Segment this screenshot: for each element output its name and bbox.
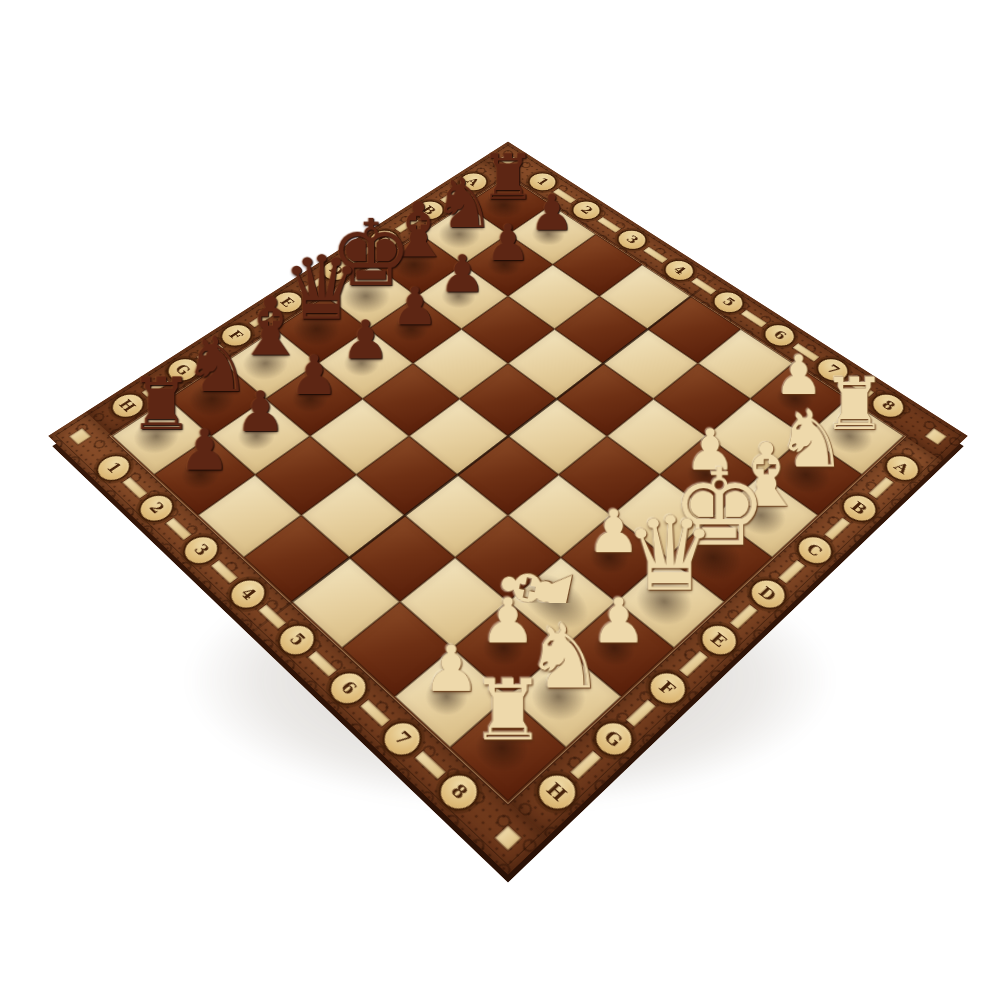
square-g4[interactable] [301, 475, 404, 558]
square-g5[interactable] [349, 515, 455, 602]
square-g3[interactable] [255, 436, 356, 515]
square-f4[interactable] [356, 436, 457, 515]
light-rook-icon: ♜ [470, 668, 546, 753]
square-e5[interactable] [457, 436, 558, 515]
page-root: { "game": "chess", "scene": "Wooden fold… [0, 0, 1000, 1000]
dark-pawn-icon: ♟ [179, 422, 230, 479]
